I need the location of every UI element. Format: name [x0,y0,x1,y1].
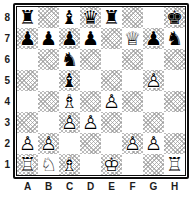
square-d7[interactable]: ♟ [80,28,101,49]
black-pawn-piece: ♟ [38,28,59,49]
black-rook-piece: ♜ [101,7,122,28]
square-h4[interactable] [164,91,185,112]
white-pawn-piece: ♙ [17,133,38,154]
rank-label-1: 1 [0,154,13,175]
square-f7[interactable]: ♛♕ [122,28,143,49]
square-g2[interactable]: ♟♙ [143,133,164,154]
square-d5[interactable] [80,70,101,91]
black-bishop-piece: ♝ [59,70,80,91]
square-c3[interactable]: ♟♙ [59,112,80,133]
square-a4[interactable] [17,91,38,112]
square-f6[interactable] [122,49,143,70]
square-a2[interactable]: ♟♙ [17,133,38,154]
square-e7[interactable] [101,28,122,49]
file-label-d: D [80,180,101,193]
square-d1[interactable] [80,154,101,175]
square-a8[interactable]: ♜ [17,7,38,28]
black-knight-piece: ♞ [164,28,185,49]
square-b4[interactable] [38,91,59,112]
rank-label-4: 4 [0,91,13,112]
white-knight-piece: ♘ [38,154,59,175]
white-rook-piece: ♖ [164,154,185,175]
file-label-h: H [164,180,185,193]
black-pawn-piece: ♟ [143,28,164,49]
square-e6[interactable] [101,49,122,70]
square-b6[interactable] [38,49,59,70]
white-pawn-piece: ♙ [59,112,80,133]
board-grid: ♜♝♛♜♚♟♟♟♟♛♕♟♞♞♝♟♙♝♗♟♙♟♙♟♙♟♙♟♙♟♙♟♙♜♖♞♘♝♗♚… [17,7,185,175]
square-a1[interactable]: ♜♖ [17,154,38,175]
file-label-e: E [101,180,122,193]
square-a7[interactable]: ♟ [17,28,38,49]
square-c2[interactable] [59,133,80,154]
square-b1[interactable]: ♞♘ [38,154,59,175]
square-g3[interactable] [143,112,164,133]
white-pawn-piece: ♙ [143,70,164,91]
rank-labels: 87654321 [0,3,13,193]
rank-label-8: 8 [0,7,13,28]
square-h7[interactable]: ♞ [164,28,185,49]
white-bishop-piece: ♗ [59,91,80,112]
square-d3[interactable]: ♟♙ [80,112,101,133]
file-label-c: C [59,180,80,193]
square-e2[interactable] [101,133,122,154]
file-labels: ABCDEFGH [13,180,189,193]
file-label-f: F [122,180,143,193]
square-d8[interactable]: ♛ [80,7,101,28]
white-pawn-piece: ♙ [80,112,101,133]
square-a3[interactable] [17,112,38,133]
square-g6[interactable] [143,49,164,70]
square-g4[interactable] [143,91,164,112]
black-queen-piece: ♛ [80,7,101,28]
square-e8[interactable]: ♜ [101,7,122,28]
square-c8[interactable]: ♝ [59,7,80,28]
square-g8[interactable] [143,7,164,28]
square-c1[interactable]: ♝♗ [59,154,80,175]
white-rook-piece: ♖ [17,154,38,175]
square-h1[interactable]: ♜♖ [164,154,185,175]
chess-diagram: 87654321 ♜♝♛♜♚♟♟♟♟♛♕♟♞♞♝♟♙♝♗♟♙♟♙♟♙♟♙♟♙♟♙… [0,0,196,200]
chess-board: ♜♝♛♜♚♟♟♟♟♛♕♟♞♞♝♟♙♝♗♟♙♟♙♟♙♟♙♟♙♟♙♟♙♜♖♞♘♝♗♚… [13,3,189,179]
square-a6[interactable] [17,49,38,70]
black-king-piece: ♚ [164,7,185,28]
square-c6[interactable]: ♞ [59,49,80,70]
rank-label-7: 7 [0,28,13,49]
rank-label-5: 5 [0,70,13,91]
square-e5[interactable] [101,70,122,91]
square-h5[interactable] [164,70,185,91]
black-pawn-piece: ♟ [17,28,38,49]
file-label-a: A [17,180,38,193]
white-queen-piece: ♕ [122,28,143,49]
file-label-g: G [143,180,164,193]
square-h6[interactable] [164,49,185,70]
white-pawn-piece: ♙ [38,133,59,154]
square-b5[interactable] [38,70,59,91]
white-bishop-piece: ♗ [59,154,80,175]
square-e4[interactable]: ♟♙ [101,91,122,112]
square-g7[interactable]: ♟ [143,28,164,49]
square-d4[interactable] [80,91,101,112]
white-king-piece: ♔ [101,154,122,175]
square-b2[interactable]: ♟♙ [38,133,59,154]
black-knight-piece: ♞ [59,49,80,70]
square-g1[interactable] [143,154,164,175]
square-b7[interactable]: ♟ [38,28,59,49]
square-f1[interactable] [122,154,143,175]
file-label-b: B [38,180,59,193]
square-d2[interactable] [80,133,101,154]
board-column: ♜♝♛♜♚♟♟♟♟♛♕♟♞♞♝♟♙♝♗♟♙♟♙♟♙♟♙♟♙♟♙♟♙♜♖♞♘♝♗♚… [13,3,189,193]
square-c5[interactable]: ♝ [59,70,80,91]
board-area: 87654321 ♜♝♛♜♚♟♟♟♟♛♕♟♞♞♝♟♙♝♗♟♙♟♙♟♙♟♙♟♙♟♙… [0,0,196,193]
white-pawn-piece: ♙ [122,133,143,154]
square-a5[interactable] [17,70,38,91]
square-h3[interactable] [164,112,185,133]
square-b8[interactable] [38,7,59,28]
black-bishop-piece: ♝ [59,7,80,28]
board-inner-frame: ♜♝♛♜♚♟♟♟♟♛♕♟♞♞♝♟♙♝♗♟♙♟♙♟♙♟♙♟♙♟♙♟♙♜♖♞♘♝♗♚… [16,6,186,176]
square-e3[interactable] [101,112,122,133]
square-f3[interactable] [122,112,143,133]
black-rook-piece: ♜ [17,7,38,28]
rank-label-3: 3 [0,112,13,133]
square-f2[interactable]: ♟♙ [122,133,143,154]
square-c7[interactable]: ♟ [59,28,80,49]
black-pawn-piece: ♟ [59,28,80,49]
square-f5[interactable] [122,70,143,91]
square-h8[interactable]: ♚ [164,7,185,28]
rank-label-2: 2 [0,133,13,154]
square-f8[interactable] [122,7,143,28]
black-pawn-piece: ♟ [80,28,101,49]
square-c4[interactable]: ♝♗ [59,91,80,112]
square-g5[interactable]: ♟♙ [143,70,164,91]
square-f4[interactable] [122,91,143,112]
white-pawn-piece: ♙ [143,133,164,154]
square-d6[interactable] [80,49,101,70]
rank-label-6: 6 [0,49,13,70]
white-pawn-piece: ♙ [101,91,122,112]
square-h2[interactable] [164,133,185,154]
square-b3[interactable] [38,112,59,133]
square-e1[interactable]: ♚♔ [101,154,122,175]
